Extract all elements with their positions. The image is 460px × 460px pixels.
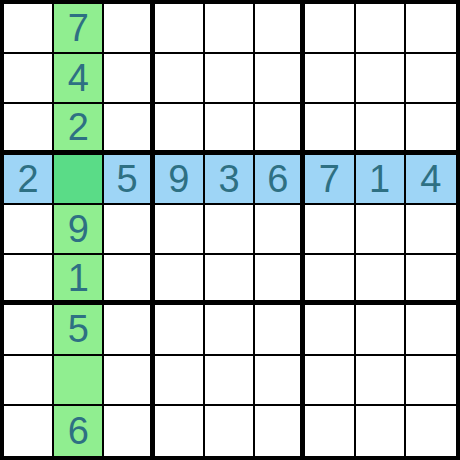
cell-r3c5[interactable]	[205, 104, 255, 154]
cell-r6c3[interactable]	[104, 255, 154, 305]
cell-r2c1[interactable]	[4, 54, 54, 104]
cell-r7c2[interactable]: 5	[54, 305, 104, 355]
cell-r3c4[interactable]	[155, 104, 205, 154]
cell-r8c7[interactable]	[305, 356, 355, 406]
cell-r2c3[interactable]	[104, 54, 154, 104]
cell-r4c8[interactable]: 1	[356, 155, 406, 205]
cell-r2c2[interactable]: 4	[54, 54, 104, 104]
cell-r5c9[interactable]	[406, 205, 456, 255]
cell-r3c8[interactable]	[356, 104, 406, 154]
cell-r5c1[interactable]	[4, 205, 54, 255]
cell-r9c9[interactable]	[406, 406, 456, 456]
cell-r8c8[interactable]	[356, 356, 406, 406]
cell-r5c4[interactable]	[155, 205, 205, 255]
cell-r4c4[interactable]: 9	[155, 155, 205, 205]
cell-r4c7[interactable]: 7	[305, 155, 355, 205]
cell-r9c6[interactable]	[255, 406, 305, 456]
cell-r5c5[interactable]	[205, 205, 255, 255]
cell-r9c1[interactable]	[4, 406, 54, 456]
cell-r7c4[interactable]	[155, 305, 205, 355]
cell-r5c6[interactable]	[255, 205, 305, 255]
cell-r5c2[interactable]: 9	[54, 205, 104, 255]
cell-r9c2[interactable]: 6	[54, 406, 104, 456]
cell-r9c7[interactable]	[305, 406, 355, 456]
cell-r6c6[interactable]	[255, 255, 305, 305]
cell-r5c3[interactable]	[104, 205, 154, 255]
cell-r6c7[interactable]	[305, 255, 355, 305]
cell-r8c3[interactable]	[104, 356, 154, 406]
cell-r5c7[interactable]	[305, 205, 355, 255]
cell-r3c9[interactable]	[406, 104, 456, 154]
cell-r1c4[interactable]	[155, 4, 205, 54]
sudoku-board: 742259367149156	[0, 0, 460, 460]
cell-r8c2[interactable]	[54, 356, 104, 406]
cell-r6c5[interactable]	[205, 255, 255, 305]
cell-r8c4[interactable]	[155, 356, 205, 406]
cell-r8c1[interactable]	[4, 356, 54, 406]
cell-r1c1[interactable]	[4, 4, 54, 54]
cell-r4c5[interactable]: 3	[205, 155, 255, 205]
cell-r3c2[interactable]: 2	[54, 104, 104, 154]
cell-r1c2[interactable]: 7	[54, 4, 104, 54]
cell-r2c4[interactable]	[155, 54, 205, 104]
cell-r7c6[interactable]	[255, 305, 305, 355]
cell-r6c1[interactable]	[4, 255, 54, 305]
cell-r1c7[interactable]	[305, 4, 355, 54]
cell-r4c9[interactable]: 4	[406, 155, 456, 205]
cell-r7c1[interactable]	[4, 305, 54, 355]
cell-r1c3[interactable]	[104, 4, 154, 54]
cell-r9c3[interactable]	[104, 406, 154, 456]
cell-r2c6[interactable]	[255, 54, 305, 104]
cell-r7c5[interactable]	[205, 305, 255, 355]
cell-r7c9[interactable]	[406, 305, 456, 355]
cell-r6c4[interactable]	[155, 255, 205, 305]
cell-r6c2[interactable]: 1	[54, 255, 104, 305]
cell-r4c6[interactable]: 6	[255, 155, 305, 205]
cell-r1c5[interactable]	[205, 4, 255, 54]
cell-r6c8[interactable]	[356, 255, 406, 305]
cell-r4c3[interactable]: 5	[104, 155, 154, 205]
cell-r2c8[interactable]	[356, 54, 406, 104]
cell-r2c7[interactable]	[305, 54, 355, 104]
cell-r7c7[interactable]	[305, 305, 355, 355]
cell-r8c5[interactable]	[205, 356, 255, 406]
cell-r8c6[interactable]	[255, 356, 305, 406]
cell-r4c1[interactable]: 2	[4, 155, 54, 205]
cell-r3c7[interactable]	[305, 104, 355, 154]
cell-r7c3[interactable]	[104, 305, 154, 355]
cell-r9c4[interactable]	[155, 406, 205, 456]
cell-r1c6[interactable]	[255, 4, 305, 54]
cell-r4c2[interactable]	[54, 155, 104, 205]
cell-r3c3[interactable]	[104, 104, 154, 154]
cell-r3c1[interactable]	[4, 104, 54, 154]
cell-r5c8[interactable]	[356, 205, 406, 255]
cell-r2c5[interactable]	[205, 54, 255, 104]
cell-r1c8[interactable]	[356, 4, 406, 54]
cell-r6c9[interactable]	[406, 255, 456, 305]
cell-r7c8[interactable]	[356, 305, 406, 355]
cell-r1c9[interactable]	[406, 4, 456, 54]
cell-r9c8[interactable]	[356, 406, 406, 456]
cell-r3c6[interactable]	[255, 104, 305, 154]
cell-r9c5[interactable]	[205, 406, 255, 456]
cell-r8c9[interactable]	[406, 356, 456, 406]
cell-r2c9[interactable]	[406, 54, 456, 104]
